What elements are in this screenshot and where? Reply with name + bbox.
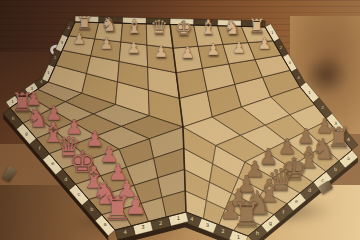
piece-red-R[interactable]: ♜ <box>102 192 132 225</box>
piece-natural-P[interactable]: ♟ <box>127 40 141 56</box>
piece-natural-P[interactable]: ♟ <box>154 45 168 61</box>
piece-natural-B[interactable]: ♝ <box>199 19 217 39</box>
piece-natural-N[interactable]: ♞ <box>224 18 242 38</box>
piece-natural-P[interactable]: ♟ <box>72 32 86 47</box>
pieces-layer: ♟♟♟♟♟♟♟♟♜♞♝♛♚♝♞♜♟♟♟♟♟♟♟♟♜♞♝♛♚♝♞♜♟♟♟♟♟♟♟♟… <box>0 0 360 240</box>
piece-natural-P[interactable]: ♟ <box>257 36 271 52</box>
piece-natural-P[interactable]: ♟ <box>206 42 220 58</box>
piece-natural-P[interactable]: ♟ <box>232 39 246 55</box>
piece-natural-P[interactable]: ♟ <box>99 36 113 52</box>
piece-natural-K[interactable]: ♚ <box>175 19 193 39</box>
piece-brown-R[interactable]: ♜ <box>232 199 262 233</box>
piece-natural-Q[interactable]: ♛ <box>150 19 168 39</box>
piece-natural-B[interactable]: ♝ <box>125 17 143 37</box>
photo-stage: abcdefgh12341234abcdefgh12341234abcdefgh… <box>0 0 360 240</box>
piece-natural-P[interactable]: ♟ <box>180 45 194 61</box>
piece-natural-N[interactable]: ♞ <box>100 15 118 35</box>
